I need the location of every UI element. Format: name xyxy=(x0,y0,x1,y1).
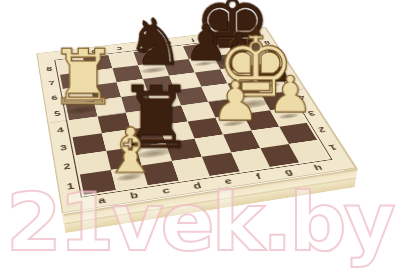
king-finial-tip: ▲ xyxy=(195,23,316,37)
rank-label-1-left: 1 xyxy=(66,181,75,191)
rank-label-1-right: 1 xyxy=(327,143,338,152)
file-label-h-bottom: h xyxy=(312,163,324,172)
file-label-b-bottom: b xyxy=(129,190,139,200)
rank-label-2-right: 2 xyxy=(317,126,328,134)
file-label-e-bottom: e xyxy=(223,176,233,186)
product-photo: aabbccddeeffgghh8877665544332211♟♞♟♚▲♝♟♜… xyxy=(0,0,400,268)
file-label-f-bottom: f xyxy=(254,172,262,181)
file-label-g-bottom: g xyxy=(283,167,295,176)
chess-board: aabbccddeeffgghh8877665544332211♟♞♟♚▲♝♟♜… xyxy=(36,27,356,214)
file-label-c-bottom: c xyxy=(161,185,171,195)
file-label-a-bottom: a xyxy=(97,195,106,205)
chess-board-scene: aabbccddeeffgghh8877665544332211♟♞♟♚▲♝♟♜… xyxy=(36,27,356,214)
piece-white-bishop-b1[interactable]: ♝ xyxy=(62,120,199,183)
